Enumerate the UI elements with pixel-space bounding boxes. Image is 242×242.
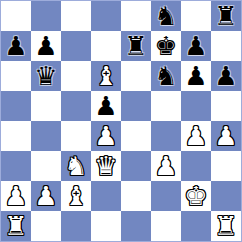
square-b8[interactable] [31, 1, 61, 31]
black-pawn-icon[interactable]: ♟ [4, 31, 27, 61]
square-h5[interactable] [211, 91, 241, 121]
white-queen-icon[interactable]: ♛ [94, 151, 117, 181]
black-rook-icon[interactable]: ♜ [124, 31, 147, 61]
square-b4[interactable] [31, 121, 61, 151]
square-h3[interactable] [211, 151, 241, 181]
square-c1[interactable] [61, 211, 91, 241]
black-knight-icon[interactable]: ♞ [154, 1, 177, 31]
square-e4[interactable] [121, 121, 151, 151]
square-g1[interactable] [181, 211, 211, 241]
square-h1[interactable]: ♜ [211, 211, 241, 241]
square-a5[interactable] [1, 91, 31, 121]
square-f4[interactable] [151, 121, 181, 151]
square-b2[interactable]: ♟ [31, 181, 61, 211]
square-d3[interactable]: ♛ [91, 151, 121, 181]
square-e3[interactable] [121, 151, 151, 181]
square-c6[interactable] [61, 61, 91, 91]
white-king-icon[interactable]: ♚ [184, 181, 207, 211]
white-bishop-icon[interactable]: ♝ [64, 181, 87, 211]
square-h7[interactable] [211, 31, 241, 61]
black-pawn-icon[interactable]: ♟ [214, 61, 237, 91]
white-knight-icon[interactable]: ♞ [64, 151, 87, 181]
square-f5[interactable] [151, 91, 181, 121]
square-e8[interactable] [121, 1, 151, 31]
square-b7[interactable]: ♟ [31, 31, 61, 61]
square-a1[interactable]: ♜ [1, 211, 31, 241]
square-b5[interactable] [31, 91, 61, 121]
black-pawn-icon[interactable]: ♟ [184, 31, 207, 61]
black-queen-icon[interactable]: ♛ [34, 61, 57, 91]
white-bishop-icon[interactable]: ♝ [94, 61, 117, 91]
square-d6[interactable]: ♝ [91, 61, 121, 91]
square-g2[interactable]: ♚ [181, 181, 211, 211]
square-d2[interactable] [91, 181, 121, 211]
square-c7[interactable] [61, 31, 91, 61]
square-b6[interactable]: ♛ [31, 61, 61, 91]
square-d4[interactable]: ♟ [91, 121, 121, 151]
square-f7[interactable]: ♚ [151, 31, 181, 61]
square-d1[interactable] [91, 211, 121, 241]
square-a6[interactable] [1, 61, 31, 91]
square-a8[interactable] [1, 1, 31, 31]
square-e2[interactable] [121, 181, 151, 211]
black-pawn-icon[interactable]: ♟ [34, 31, 57, 61]
square-f8[interactable]: ♞ [151, 1, 181, 31]
square-h2[interactable] [211, 181, 241, 211]
square-c3[interactable]: ♞ [61, 151, 91, 181]
square-c2[interactable]: ♝ [61, 181, 91, 211]
chess-board: ♞♜♟♟♜♚♟♛♝♞♟♟♟♟♟♟♞♛♟♟♟♝♚♜♜ [0, 0, 242, 242]
square-a4[interactable] [1, 121, 31, 151]
square-f3[interactable]: ♟ [151, 151, 181, 181]
square-b3[interactable] [31, 151, 61, 181]
chess-board-container: ♞♜♟♟♜♚♟♛♝♞♟♟♟♟♟♟♞♛♟♟♟♝♚♜♜ [0, 0, 242, 242]
square-a7[interactable]: ♟ [1, 31, 31, 61]
square-c8[interactable] [61, 1, 91, 31]
square-g3[interactable] [181, 151, 211, 181]
white-pawn-icon[interactable]: ♟ [184, 121, 207, 151]
square-g5[interactable] [181, 91, 211, 121]
white-pawn-icon[interactable]: ♟ [4, 181, 27, 211]
white-pawn-icon[interactable]: ♟ [154, 151, 177, 181]
square-a2[interactable]: ♟ [1, 181, 31, 211]
square-c5[interactable] [61, 91, 91, 121]
white-rook-icon[interactable]: ♜ [214, 211, 237, 241]
square-h8[interactable]: ♜ [211, 1, 241, 31]
square-d7[interactable] [91, 31, 121, 61]
square-g6[interactable]: ♟ [181, 61, 211, 91]
square-f1[interactable] [151, 211, 181, 241]
white-pawn-icon[interactable]: ♟ [94, 121, 117, 151]
square-g8[interactable] [181, 1, 211, 31]
square-e5[interactable] [121, 91, 151, 121]
white-rook-icon[interactable]: ♜ [4, 211, 27, 241]
square-f2[interactable] [151, 181, 181, 211]
square-e6[interactable] [121, 61, 151, 91]
black-rook-icon[interactable]: ♜ [214, 1, 237, 31]
square-d8[interactable] [91, 1, 121, 31]
square-e7[interactable]: ♜ [121, 31, 151, 61]
white-pawn-icon[interactable]: ♟ [34, 181, 57, 211]
square-h4[interactable]: ♟ [211, 121, 241, 151]
square-g7[interactable]: ♟ [181, 31, 211, 61]
black-pawn-icon[interactable]: ♟ [94, 91, 117, 121]
square-b1[interactable] [31, 211, 61, 241]
black-pawn-icon[interactable]: ♟ [184, 61, 207, 91]
square-h6[interactable]: ♟ [211, 61, 241, 91]
square-c4[interactable] [61, 121, 91, 151]
square-d5[interactable]: ♟ [91, 91, 121, 121]
square-f6[interactable]: ♞ [151, 61, 181, 91]
square-g4[interactable]: ♟ [181, 121, 211, 151]
square-e1[interactable] [121, 211, 151, 241]
white-pawn-icon[interactable]: ♟ [214, 121, 237, 151]
black-king-icon[interactable]: ♚ [154, 31, 177, 61]
square-a3[interactable] [1, 151, 31, 181]
black-knight-icon[interactable]: ♞ [154, 61, 177, 91]
